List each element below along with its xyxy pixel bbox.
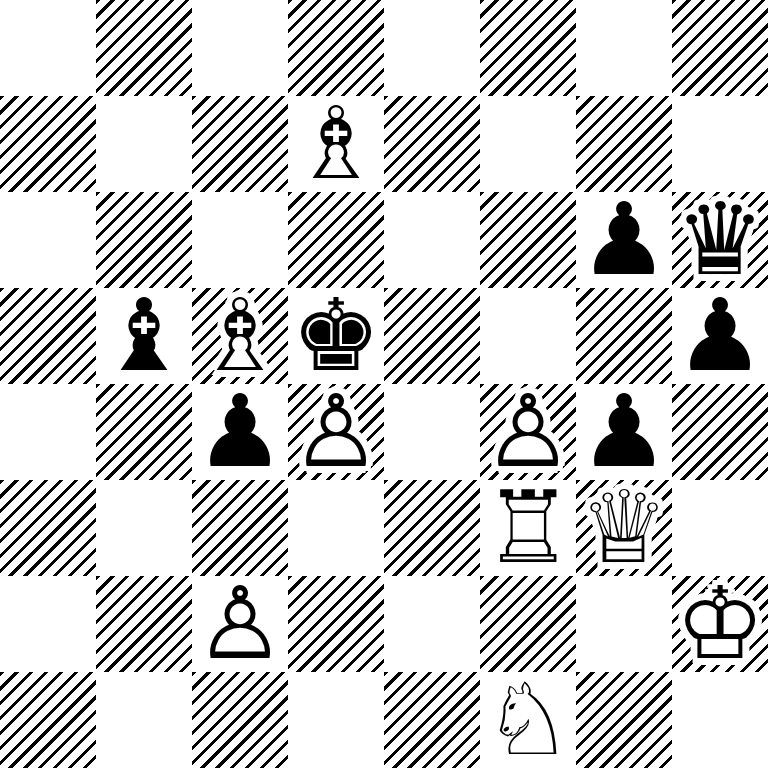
square-d3[interactable] bbox=[288, 480, 384, 576]
piece-black-pawn-h5[interactable]: ♟ bbox=[672, 288, 768, 384]
square-a7[interactable] bbox=[0, 96, 96, 192]
square-h3[interactable] bbox=[672, 480, 768, 576]
square-a5[interactable] bbox=[0, 288, 96, 384]
black-bishop-silhouette-glyph: ♝ bbox=[96, 288, 192, 384]
piece-black-bishop-b5[interactable]: ♝ bbox=[96, 288, 192, 384]
square-b5[interactable]: ♝ bbox=[96, 288, 192, 384]
white-pawn-outline-glyph: ♙ bbox=[480, 384, 576, 480]
square-d1[interactable] bbox=[288, 672, 384, 768]
white-queen-outline-glyph: ♕ bbox=[576, 480, 672, 576]
square-b4[interactable] bbox=[96, 384, 192, 480]
piece-black-pawn-g4[interactable]: ♟ bbox=[576, 384, 672, 480]
square-c2[interactable]: ♟♙ bbox=[192, 576, 288, 672]
square-g3[interactable]: ♛♕ bbox=[576, 480, 672, 576]
square-h8[interactable] bbox=[672, 0, 768, 96]
white-bishop-outline-glyph: ♗ bbox=[288, 96, 384, 192]
square-d6[interactable] bbox=[288, 192, 384, 288]
square-e1[interactable] bbox=[384, 672, 480, 768]
square-g4[interactable]: ♟ bbox=[576, 384, 672, 480]
square-c8[interactable] bbox=[192, 0, 288, 96]
square-a2[interactable] bbox=[0, 576, 96, 672]
piece-white-pawn-d4[interactable]: ♟♙ bbox=[288, 384, 384, 480]
square-f8[interactable] bbox=[480, 0, 576, 96]
square-f5[interactable] bbox=[480, 288, 576, 384]
piece-white-rook-f3[interactable]: ♜♖ bbox=[480, 480, 576, 576]
piece-white-pawn-c2[interactable]: ♟♙ bbox=[192, 576, 288, 672]
black-king-silhouette-glyph: ♚ bbox=[288, 288, 384, 384]
piece-black-pawn-c4[interactable]: ♟ bbox=[192, 384, 288, 480]
square-h6[interactable]: ♛ bbox=[672, 192, 768, 288]
square-f3[interactable]: ♜♖ bbox=[480, 480, 576, 576]
square-c6[interactable] bbox=[192, 192, 288, 288]
square-b1[interactable] bbox=[96, 672, 192, 768]
square-f1[interactable]: ♞♘ bbox=[480, 672, 576, 768]
square-e7[interactable] bbox=[384, 96, 480, 192]
square-g7[interactable] bbox=[576, 96, 672, 192]
piece-white-queen-g3[interactable]: ♛♕ bbox=[576, 480, 672, 576]
piece-black-king-d5[interactable]: ♚ bbox=[288, 288, 384, 384]
square-a8[interactable] bbox=[0, 0, 96, 96]
square-d2[interactable] bbox=[288, 576, 384, 672]
square-f6[interactable] bbox=[480, 192, 576, 288]
square-g6[interactable]: ♟ bbox=[576, 192, 672, 288]
square-c4[interactable]: ♟ bbox=[192, 384, 288, 480]
black-pawn-silhouette-glyph: ♟ bbox=[576, 384, 672, 480]
piece-white-knight-f1[interactable]: ♞♘ bbox=[480, 672, 576, 768]
white-pawn-outline-glyph: ♙ bbox=[192, 576, 288, 672]
square-h5[interactable]: ♟ bbox=[672, 288, 768, 384]
square-a1[interactable] bbox=[0, 672, 96, 768]
square-f4[interactable]: ♟♙ bbox=[480, 384, 576, 480]
square-h7[interactable] bbox=[672, 96, 768, 192]
square-c3[interactable] bbox=[192, 480, 288, 576]
piece-white-king-h2[interactable]: ♚♔ bbox=[672, 576, 768, 672]
square-e5[interactable] bbox=[384, 288, 480, 384]
square-e6[interactable] bbox=[384, 192, 480, 288]
piece-black-pawn-g6[interactable]: ♟ bbox=[576, 192, 672, 288]
square-a4[interactable] bbox=[0, 384, 96, 480]
white-knight-outline-glyph: ♘ bbox=[480, 672, 576, 768]
square-b2[interactable] bbox=[96, 576, 192, 672]
square-d4[interactable]: ♟♙ bbox=[288, 384, 384, 480]
square-e2[interactable] bbox=[384, 576, 480, 672]
black-pawn-silhouette-glyph: ♟ bbox=[192, 384, 288, 480]
square-b6[interactable] bbox=[96, 192, 192, 288]
square-h1[interactable] bbox=[672, 672, 768, 768]
piece-black-queen-h6[interactable]: ♛ bbox=[672, 192, 768, 288]
square-b8[interactable] bbox=[96, 0, 192, 96]
square-g5[interactable] bbox=[576, 288, 672, 384]
white-king-outline-glyph: ♔ bbox=[672, 576, 768, 672]
square-c7[interactable] bbox=[192, 96, 288, 192]
white-rook-outline-glyph: ♖ bbox=[480, 480, 576, 576]
square-c5[interactable]: ♝♗ bbox=[192, 288, 288, 384]
square-g8[interactable] bbox=[576, 0, 672, 96]
square-e4[interactable] bbox=[384, 384, 480, 480]
piece-white-pawn-f4[interactable]: ♟♙ bbox=[480, 384, 576, 480]
square-f7[interactable] bbox=[480, 96, 576, 192]
square-h2[interactable]: ♚♔ bbox=[672, 576, 768, 672]
square-g1[interactable] bbox=[576, 672, 672, 768]
square-d7[interactable]: ♝♗ bbox=[288, 96, 384, 192]
black-pawn-silhouette-glyph: ♟ bbox=[576, 192, 672, 288]
square-e8[interactable] bbox=[384, 0, 480, 96]
square-a3[interactable] bbox=[0, 480, 96, 576]
square-a6[interactable] bbox=[0, 192, 96, 288]
square-b7[interactable] bbox=[96, 96, 192, 192]
square-e3[interactable] bbox=[384, 480, 480, 576]
square-c1[interactable] bbox=[192, 672, 288, 768]
black-pawn-silhouette-glyph: ♟ bbox=[672, 288, 768, 384]
square-b3[interactable] bbox=[96, 480, 192, 576]
square-h4[interactable] bbox=[672, 384, 768, 480]
square-d5[interactable]: ♚ bbox=[288, 288, 384, 384]
chess-board: ♝♗♟♛♝♝♗♚♟♟♟♙♟♙♟♜♖♛♕♟♙♚♔♞♘ bbox=[0, 0, 768, 768]
white-pawn-outline-glyph: ♙ bbox=[288, 384, 384, 480]
square-g2[interactable] bbox=[576, 576, 672, 672]
piece-white-bishop-d7[interactable]: ♝♗ bbox=[288, 96, 384, 192]
square-f2[interactable] bbox=[480, 576, 576, 672]
black-queen-silhouette-glyph: ♛ bbox=[672, 192, 768, 288]
white-bishop-outline-glyph: ♗ bbox=[192, 288, 288, 384]
square-d8[interactable] bbox=[288, 0, 384, 96]
piece-white-bishop-c5[interactable]: ♝♗ bbox=[192, 288, 288, 384]
